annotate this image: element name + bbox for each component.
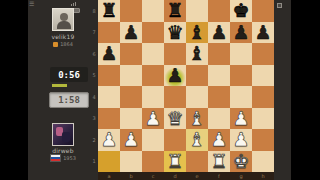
square-b3[interactable] — [120, 108, 142, 130]
black-b-piece-e7[interactable]: ♝ — [188, 22, 205, 44]
black-p-piece-h7[interactable]: ♟ — [254, 22, 271, 44]
black-r-piece-d8[interactable]: ♜ — [166, 0, 183, 22]
square-d7[interactable]: ♛ — [164, 22, 186, 44]
square-h3[interactable] — [252, 108, 274, 130]
square-c5[interactable] — [142, 65, 164, 87]
board-menu-icon[interactable] — [277, 3, 281, 7]
top-player-rating: 1864 — [60, 41, 73, 47]
square-b6[interactable] — [120, 43, 142, 65]
top-player-avatar[interactable] — [52, 8, 74, 31]
bottom-player-name: dirweb — [28, 147, 98, 154]
square-g7[interactable]: ♟ — [230, 22, 252, 44]
trophy-icon — [53, 42, 58, 47]
square-h1[interactable] — [252, 151, 274, 173]
square-c6[interactable] — [142, 43, 164, 65]
white-p-piece-a2[interactable]: ♟ — [100, 129, 117, 151]
square-h4[interactable] — [252, 86, 274, 108]
square-b5[interactable] — [120, 65, 142, 87]
white-b-piece-e3[interactable]: ♝ — [188, 108, 205, 130]
square-e8[interactable] — [186, 0, 208, 22]
black-r-piece-a8[interactable]: ♜ — [100, 0, 117, 22]
rank-coordinates: 87654321 — [90, 0, 98, 172]
square-c8[interactable] — [142, 0, 164, 22]
square-e1[interactable] — [186, 151, 208, 173]
white-r-piece-f1[interactable]: ♜ — [210, 151, 227, 173]
white-p-piece-g3[interactable]: ♟ — [232, 108, 249, 130]
square-g8[interactable]: ♚ — [230, 0, 252, 22]
square-h6[interactable] — [252, 43, 274, 65]
rank-label-6: 6 — [90, 43, 98, 65]
rank-label-4: 4 — [90, 86, 98, 108]
menu-icon[interactable]: ☰ — [29, 1, 35, 7]
square-h8[interactable] — [252, 0, 274, 22]
square-g3[interactable]: ♟ — [230, 108, 252, 130]
square-g4[interactable] — [230, 86, 252, 108]
square-e3[interactable]: ♝ — [186, 108, 208, 130]
top-player-name: velik19 — [28, 33, 98, 40]
rank-label-1: 1 — [90, 151, 98, 173]
white-p-piece-g2[interactable]: ♟ — [232, 129, 249, 151]
rank-label-3: 3 — [90, 108, 98, 130]
rank-label-8: 8 — [90, 0, 98, 22]
black-p-piece-b7[interactable]: ♟ — [122, 22, 139, 44]
white-p-piece-b2[interactable]: ♟ — [122, 129, 139, 151]
white-r-piece-d1[interactable]: ♜ — [166, 151, 183, 173]
square-a1[interactable] — [98, 151, 120, 173]
square-f8[interactable] — [208, 0, 230, 22]
black-p-piece-g7[interactable]: ♟ — [232, 22, 249, 44]
file-label-e: e — [186, 172, 208, 180]
square-f7[interactable]: ♟ — [208, 22, 230, 44]
right-margin — [274, 0, 291, 180]
file-label-d: d — [164, 172, 186, 180]
square-f6[interactable] — [208, 43, 230, 65]
square-g1[interactable]: ♚ — [230, 151, 252, 173]
black-q-piece-d7[interactable]: ♛ — [166, 22, 183, 44]
white-p-piece-f2[interactable]: ♟ — [210, 129, 227, 151]
square-c4[interactable] — [142, 86, 164, 108]
bottom-player-clock: 1:58 — [49, 92, 89, 108]
black-b-piece-e6[interactable]: ♝ — [188, 43, 205, 65]
square-d3[interactable]: ♛ — [164, 108, 186, 130]
russia-flag-icon — [50, 154, 61, 162]
square-d6[interactable] — [164, 43, 186, 65]
white-q-piece-d3[interactable]: ♛ — [166, 108, 183, 130]
square-h2[interactable] — [252, 129, 274, 151]
square-e7[interactable]: ♝ — [186, 22, 208, 44]
black-k-piece-g8[interactable]: ♚ — [232, 0, 249, 22]
white-b-piece-e2[interactable]: ♝ — [188, 129, 205, 151]
square-a2[interactable]: ♟ — [98, 129, 120, 151]
top-player-clock: 0:56 — [50, 67, 88, 82]
square-d8[interactable]: ♜ — [164, 0, 186, 22]
top-player-badge-row: 1864 — [28, 41, 98, 47]
white-k-piece-g1[interactable]: ♚ — [232, 151, 249, 173]
file-label-a: a — [98, 172, 120, 180]
square-d2[interactable] — [164, 129, 186, 151]
square-f2[interactable]: ♟ — [208, 129, 230, 151]
square-d1[interactable]: ♜ — [164, 151, 186, 173]
square-e2[interactable]: ♝ — [186, 129, 208, 151]
rank-label-5: 5 — [90, 65, 98, 87]
file-label-c: c — [142, 172, 164, 180]
square-g6[interactable] — [230, 43, 252, 65]
rank-label-2: 2 — [90, 129, 98, 151]
square-f5[interactable] — [208, 65, 230, 87]
app-window: ☰ velik19 1864 0:56 1:58 dirweb 1953 ♜♜♚… — [0, 0, 320, 180]
file-label-f: f — [208, 172, 230, 180]
black-p-piece-d5[interactable]: ♟ — [166, 65, 183, 87]
file-label-h: h — [252, 172, 274, 180]
bottom-player-avatar[interactable] — [52, 123, 74, 146]
square-b2[interactable]: ♟ — [120, 129, 142, 151]
square-f1[interactable]: ♜ — [208, 151, 230, 173]
square-a3[interactable] — [98, 108, 120, 130]
square-g5[interactable] — [230, 65, 252, 87]
square-a5[interactable] — [98, 65, 120, 87]
square-a7[interactable] — [98, 22, 120, 44]
square-a8[interactable]: ♜ — [98, 0, 120, 22]
square-f3[interactable] — [208, 108, 230, 130]
square-f4[interactable] — [208, 86, 230, 108]
square-a6[interactable]: ♟ — [98, 43, 120, 65]
square-e6[interactable]: ♝ — [186, 43, 208, 65]
square-a4[interactable] — [98, 86, 120, 108]
square-d5[interactable]: ♟ — [164, 65, 186, 87]
file-label-g: g — [230, 172, 252, 180]
square-c7[interactable] — [142, 22, 164, 44]
white-p-piece-c3[interactable]: ♟ — [144, 108, 161, 130]
bottom-player-rating: 1953 — [63, 155, 76, 161]
file-label-b: b — [120, 172, 142, 180]
file-coordinates: abcdefgh — [98, 172, 274, 180]
square-h5[interactable] — [252, 65, 274, 87]
square-e4[interactable] — [186, 86, 208, 108]
black-p-piece-a6[interactable]: ♟ — [100, 43, 117, 65]
chess-board[interactable]: ♜♜♚♟♛♝♟♟♟♟♝♟♟♛♝♟♟♟♝♟♟♜♜♚ — [98, 0, 274, 172]
square-h7[interactable]: ♟ — [252, 22, 274, 44]
square-d4[interactable] — [164, 86, 186, 108]
square-c3[interactable]: ♟ — [142, 108, 164, 130]
square-b7[interactable]: ♟ — [120, 22, 142, 44]
bottom-player-badge-row: 1953 — [28, 154, 98, 162]
signal-icon — [71, 2, 78, 6]
player-panel: ☰ velik19 1864 0:56 1:58 dirweb 1953 — [28, 0, 98, 180]
rank-label-7: 7 — [90, 22, 98, 44]
square-c2[interactable] — [142, 129, 164, 151]
square-c1[interactable] — [142, 151, 164, 173]
square-b8[interactable] — [120, 0, 142, 22]
clock-progress-bar — [52, 84, 67, 87]
chess-board-area: ♜♜♚♟♛♝♟♟♟♟♝♟♟♛♝♟♟♟♝♟♟♜♜♚ abcdefgh — [98, 0, 274, 180]
square-b1[interactable] — [120, 151, 142, 173]
square-g2[interactable]: ♟ — [230, 129, 252, 151]
black-p-piece-f7[interactable]: ♟ — [210, 22, 227, 44]
square-e5[interactable] — [186, 65, 208, 87]
square-b4[interactable] — [120, 86, 142, 108]
